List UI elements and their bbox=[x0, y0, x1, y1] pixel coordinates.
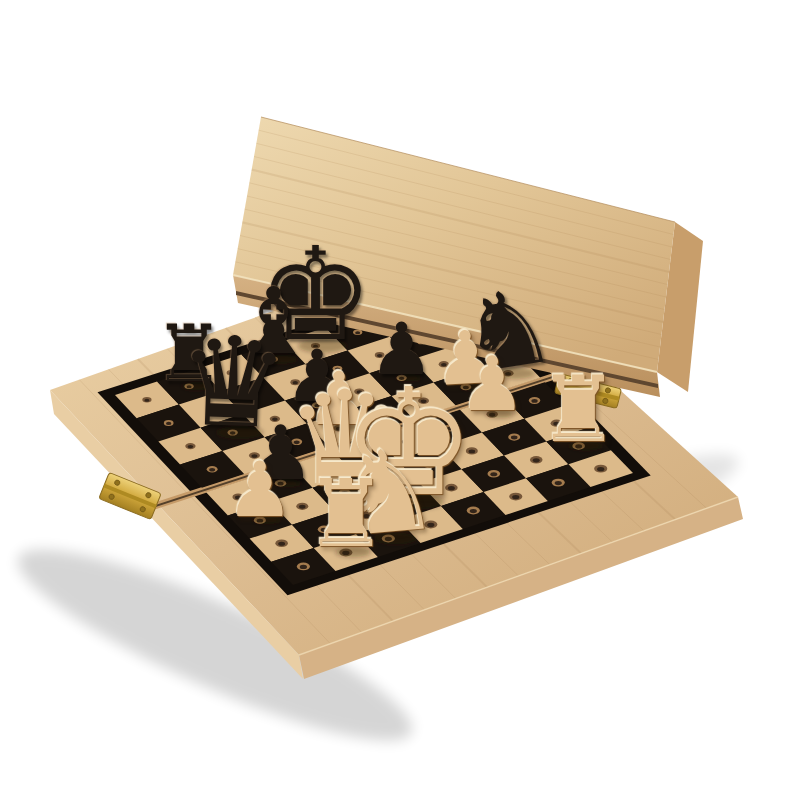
piece-white-rook[interactable]: ♜ bbox=[538, 364, 620, 455]
piece-white-pawn[interactable]: ♟ bbox=[226, 452, 294, 528]
pieces-layer: ♚♝♞♟♜♟♟♟♟♛♜♟♛♚♟♞♜ bbox=[0, 0, 800, 800]
product-photo-chess-set: ♚♝♞♟♜♟♟♟♟♛♜♟♛♚♟♞♜ bbox=[0, 0, 800, 800]
piece-white-rook[interactable]: ♜ bbox=[304, 469, 387, 562]
